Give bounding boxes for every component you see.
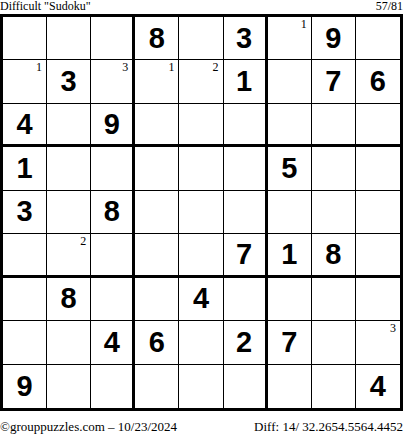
cell-value: 3 bbox=[236, 24, 252, 53]
cell-r5c7[interactable] bbox=[268, 191, 312, 234]
cell-r8c3[interactable]: 4 bbox=[91, 321, 135, 364]
cell-r8c9[interactable]: 3 bbox=[356, 321, 400, 364]
cell-r1c4[interactable]: 8 bbox=[135, 17, 179, 60]
copyright-date: ©grouppuzzles.com – 10/23/2024 bbox=[0, 419, 177, 435]
footer: ©grouppuzzles.com – 10/23/2024 Diff: 14/… bbox=[0, 417, 403, 435]
cell-value: 9 bbox=[104, 110, 120, 139]
cell-r1c6[interactable]: 3 bbox=[224, 17, 268, 60]
cell-r4c3[interactable] bbox=[91, 147, 135, 190]
cell-value: 4 bbox=[104, 328, 120, 357]
cell-r5c9[interactable] bbox=[356, 191, 400, 234]
cell-r3c3[interactable]: 9 bbox=[91, 104, 135, 147]
cell-r2c7[interactable] bbox=[268, 60, 312, 103]
pencil-mark: 1 bbox=[36, 61, 42, 73]
pencil-mark: 2 bbox=[213, 61, 219, 73]
cell-value: 8 bbox=[325, 240, 341, 269]
cell-r8c5[interactable] bbox=[179, 321, 223, 364]
cell-r4c8[interactable] bbox=[312, 147, 356, 190]
cell-r3c8[interactable] bbox=[312, 104, 356, 147]
cell-value: 8 bbox=[104, 197, 120, 226]
cell-value: 1 bbox=[16, 154, 32, 183]
cell-r3c4[interactable] bbox=[135, 104, 179, 147]
cell-r6c1[interactable] bbox=[3, 234, 47, 277]
cell-r6c5[interactable] bbox=[179, 234, 223, 277]
cell-r4c1[interactable]: 1 bbox=[3, 147, 47, 190]
cell-value: 2 bbox=[236, 328, 252, 357]
cell-r4c9[interactable] bbox=[356, 147, 400, 190]
cell-r9c8[interactable] bbox=[312, 365, 356, 408]
cell-r9c5[interactable] bbox=[179, 365, 223, 408]
cell-r2c4[interactable]: 1 bbox=[135, 60, 179, 103]
cell-r5c5[interactable] bbox=[179, 191, 223, 234]
cell-r5c1[interactable]: 3 bbox=[3, 191, 47, 234]
cell-r8c6[interactable]: 2 bbox=[224, 321, 268, 364]
sudoku-grid: 8319133121764915382718844627394 bbox=[3, 17, 400, 408]
cell-r4c6[interactable] bbox=[224, 147, 268, 190]
cell-r1c1[interactable] bbox=[3, 17, 47, 60]
cell-r3c5[interactable] bbox=[179, 104, 223, 147]
pencil-mark: 3 bbox=[122, 61, 128, 73]
cell-r2c6[interactable]: 1 bbox=[224, 60, 268, 103]
cell-value: 6 bbox=[149, 328, 165, 357]
page-title: Difficult "Sudoku" bbox=[0, 0, 91, 13]
cell-r4c7[interactable]: 5 bbox=[268, 147, 312, 190]
cell-r3c1[interactable]: 4 bbox=[3, 104, 47, 147]
cell-r9c1[interactable]: 9 bbox=[3, 365, 47, 408]
cell-r8c2[interactable] bbox=[47, 321, 91, 364]
pencil-mark: 1 bbox=[168, 61, 174, 73]
pencil-mark: 1 bbox=[301, 18, 307, 30]
cell-value: 9 bbox=[325, 24, 341, 53]
sudoku-page: Difficult "Sudoku" 57/81 831913312176491… bbox=[0, 0, 403, 437]
cell-r7c9[interactable] bbox=[356, 278, 400, 321]
cell-r6c6[interactable]: 7 bbox=[224, 234, 268, 277]
cell-r2c2[interactable]: 3 bbox=[47, 60, 91, 103]
cell-value: 4 bbox=[16, 110, 32, 139]
cell-value: 4 bbox=[193, 284, 209, 313]
cell-value: 7 bbox=[281, 328, 297, 357]
cell-r6c7[interactable]: 1 bbox=[268, 234, 312, 277]
pencil-mark: 2 bbox=[80, 235, 86, 247]
cell-r5c6[interactable] bbox=[224, 191, 268, 234]
cell-r8c7[interactable]: 7 bbox=[268, 321, 312, 364]
cell-r5c8[interactable] bbox=[312, 191, 356, 234]
cell-r9c9[interactable]: 4 bbox=[356, 365, 400, 408]
cell-r5c3[interactable]: 8 bbox=[91, 191, 135, 234]
header: Difficult "Sudoku" 57/81 bbox=[0, 0, 403, 14]
cell-r7c4[interactable] bbox=[135, 278, 179, 321]
cell-r6c8[interactable]: 8 bbox=[312, 234, 356, 277]
cell-value: 8 bbox=[61, 284, 77, 313]
cell-r4c5[interactable] bbox=[179, 147, 223, 190]
cell-r5c2[interactable] bbox=[47, 191, 91, 234]
cell-r9c3[interactable] bbox=[91, 365, 135, 408]
cell-value: 6 bbox=[370, 67, 386, 96]
cell-r1c2[interactable] bbox=[47, 17, 91, 60]
cell-value: 9 bbox=[16, 372, 32, 401]
cell-r9c2[interactable] bbox=[47, 365, 91, 408]
cell-r9c4[interactable] bbox=[135, 365, 179, 408]
cell-r1c9[interactable] bbox=[356, 17, 400, 60]
cell-r7c3[interactable] bbox=[91, 278, 135, 321]
cell-r3c7[interactable] bbox=[268, 104, 312, 147]
cell-value: 4 bbox=[370, 372, 386, 401]
cell-r1c8[interactable]: 9 bbox=[312, 17, 356, 60]
cell-r4c4[interactable] bbox=[135, 147, 179, 190]
cell-r2c8[interactable]: 7 bbox=[312, 60, 356, 103]
cell-r2c5[interactable]: 2 bbox=[179, 60, 223, 103]
cell-r1c5[interactable] bbox=[179, 17, 223, 60]
pencil-mark: 3 bbox=[390, 322, 396, 334]
cell-r2c9[interactable]: 6 bbox=[356, 60, 400, 103]
cell-r6c2[interactable]: 2 bbox=[47, 234, 91, 277]
cell-r7c2[interactable]: 8 bbox=[47, 278, 91, 321]
cell-r6c4[interactable] bbox=[135, 234, 179, 277]
cell-r7c5[interactable]: 4 bbox=[179, 278, 223, 321]
cell-r8c1[interactable] bbox=[3, 321, 47, 364]
cell-r3c6[interactable] bbox=[224, 104, 268, 147]
cell-value: 7 bbox=[236, 240, 252, 269]
cell-r6c3[interactable] bbox=[91, 234, 135, 277]
cell-value: 7 bbox=[325, 67, 341, 96]
cell-r4c2[interactable] bbox=[47, 147, 91, 190]
cell-r9c6[interactable] bbox=[224, 365, 268, 408]
difficulty-code: Diff: 14/ 32.2654.5564.4452 bbox=[254, 419, 403, 435]
cell-r7c6[interactable] bbox=[224, 278, 268, 321]
cell-r1c7[interactable]: 1 bbox=[268, 17, 312, 60]
cell-value: 5 bbox=[281, 154, 297, 183]
cell-r2c3[interactable]: 3 bbox=[91, 60, 135, 103]
cell-r3c2[interactable] bbox=[47, 104, 91, 147]
cell-value: 8 bbox=[149, 24, 165, 53]
sudoku-board: 8319133121764915382718844627394 bbox=[0, 14, 403, 411]
cell-r9c7[interactable] bbox=[268, 365, 312, 408]
cell-r2c1[interactable]: 1 bbox=[3, 60, 47, 103]
cell-r7c8[interactable] bbox=[312, 278, 356, 321]
cell-value: 3 bbox=[61, 67, 77, 96]
cell-r3c9[interactable] bbox=[356, 104, 400, 147]
cell-value: 3 bbox=[16, 197, 32, 226]
cell-r6c9[interactable] bbox=[356, 234, 400, 277]
cell-r7c1[interactable] bbox=[3, 278, 47, 321]
progress-counter: 57/81 bbox=[376, 0, 403, 13]
cell-value: 1 bbox=[281, 240, 297, 269]
cell-r8c4[interactable]: 6 bbox=[135, 321, 179, 364]
cell-r7c7[interactable] bbox=[268, 278, 312, 321]
cell-r5c4[interactable] bbox=[135, 191, 179, 234]
cell-r1c3[interactable] bbox=[91, 17, 135, 60]
cell-r8c8[interactable] bbox=[312, 321, 356, 364]
cell-value: 1 bbox=[236, 67, 252, 96]
